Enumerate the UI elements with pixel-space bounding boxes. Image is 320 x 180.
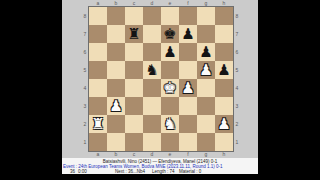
coord-label-a: a (89, 151, 107, 158)
square-f7[interactable]: ♟ (179, 25, 197, 43)
white-pawn[interactable]: ♟ (107, 97, 125, 115)
square-e7[interactable]: ♚ (161, 25, 179, 43)
rank-labels-right: 87654321 (234, 7, 240, 151)
coord-label-g: g (197, 0, 215, 7)
black-king[interactable]: ♚ (161, 25, 179, 43)
coord-label-e: e (161, 0, 179, 7)
coord-label-f: f (179, 0, 197, 7)
square-a7[interactable] (89, 25, 107, 43)
coord-label-5: 5 (82, 61, 88, 79)
square-h4[interactable] (215, 79, 233, 97)
square-d1[interactable] (143, 133, 161, 151)
square-b6[interactable] (107, 43, 125, 61)
square-e4[interactable]: ♚ (161, 79, 179, 97)
white-king[interactable]: ♚ (161, 79, 179, 97)
game-info-panel: Batsiashvili, Nino (2451) — Efendiyeva, … (62, 158, 258, 174)
square-b4[interactable] (107, 79, 125, 97)
square-f8[interactable] (179, 7, 197, 25)
square-f3[interactable] (179, 97, 197, 115)
rank-labels-left: 87654321 (82, 7, 88, 151)
square-f2[interactable] (179, 115, 197, 133)
coord-label-7: 7 (234, 25, 240, 43)
coord-label-c: c (125, 151, 143, 158)
square-b1[interactable] (107, 133, 125, 151)
coord-label-2: 2 (82, 115, 88, 133)
coord-label-4: 4 (234, 79, 240, 97)
square-g2[interactable] (197, 115, 215, 133)
square-a3[interactable] (89, 97, 107, 115)
coord-label-1: 1 (82, 133, 88, 151)
square-c7[interactable]: ♜ (125, 25, 143, 43)
square-a6[interactable] (89, 43, 107, 61)
square-b7[interactable] (107, 25, 125, 43)
square-h5[interactable]: ♟ (215, 61, 233, 79)
black-rook[interactable]: ♜ (125, 25, 143, 43)
square-e1[interactable] (161, 133, 179, 151)
coord-label-4: 4 (82, 79, 88, 97)
square-f5[interactable] (179, 61, 197, 79)
coord-label-3: 3 (82, 97, 88, 115)
coord-label-c: c (125, 0, 143, 7)
square-d5[interactable]: ♞ (143, 61, 161, 79)
white-pawn[interactable]: ♟ (197, 61, 215, 79)
coord-label-d: d (143, 0, 161, 7)
coord-label-b: b (107, 151, 125, 158)
coord-label-e: e (161, 151, 179, 158)
coord-label-1: 1 (234, 133, 240, 151)
coord-label-g: g (197, 151, 215, 158)
coord-label-a: a (89, 0, 107, 7)
square-c5[interactable] (125, 61, 143, 79)
square-g7[interactable] (197, 25, 215, 43)
square-a2[interactable]: ♜ (89, 115, 107, 133)
white-rook[interactable]: ♜ (89, 115, 107, 133)
black-pawn[interactable]: ♟ (215, 61, 233, 79)
square-g4[interactable] (197, 79, 215, 97)
black-knight[interactable]: ♞ (143, 61, 161, 79)
square-d3[interactable] (143, 97, 161, 115)
square-e8[interactable] (161, 7, 179, 25)
black-pawn[interactable]: ♟ (197, 43, 215, 61)
square-c6[interactable] (125, 43, 143, 61)
coord-label-8: 8 (82, 7, 88, 25)
next-move: Next : 36...Nb4 (115, 169, 145, 174)
coord-label-3: 3 (234, 97, 240, 115)
square-d7[interactable] (143, 25, 161, 43)
square-b5[interactable] (107, 61, 125, 79)
white-pawn[interactable]: ♟ (179, 79, 197, 97)
square-g1[interactable] (197, 133, 215, 151)
coord-label-5: 5 (234, 61, 240, 79)
white-knight[interactable]: ♞ (161, 115, 179, 133)
square-d4[interactable] (143, 79, 161, 97)
square-f6[interactable] (179, 43, 197, 61)
coord-label-b: b (107, 0, 125, 7)
square-c2[interactable] (125, 115, 143, 133)
square-h1[interactable] (215, 133, 233, 151)
square-b3[interactable]: ♟ (107, 97, 125, 115)
square-g5[interactable]: ♟ (197, 61, 215, 79)
square-d8[interactable] (143, 7, 161, 25)
square-a8[interactable] (89, 7, 107, 25)
coord-label-7: 7 (82, 25, 88, 43)
coord-label-h: h (215, 151, 233, 158)
square-e3[interactable] (161, 97, 179, 115)
square-d2[interactable] (143, 115, 161, 133)
square-c3[interactable] (125, 97, 143, 115)
square-g6[interactable]: ♟ (197, 43, 215, 61)
square-h8[interactable] (215, 7, 233, 25)
coord-label-f: f (179, 151, 197, 158)
file-labels-bottom: abcdefgh (89, 151, 233, 158)
square-f4[interactable]: ♟ (179, 79, 197, 97)
square-g8[interactable] (197, 7, 215, 25)
square-c8[interactable] (125, 7, 143, 25)
square-f1[interactable] (179, 133, 197, 151)
square-c1[interactable] (125, 133, 143, 151)
square-e2[interactable]: ♞ (161, 115, 179, 133)
square-h3[interactable] (215, 97, 233, 115)
square-c4[interactable] (125, 79, 143, 97)
square-h2[interactable]: ♟ (215, 115, 233, 133)
black-pawn[interactable]: ♟ (161, 43, 179, 61)
material-balance: Material : 0 (179, 169, 201, 174)
coord-label-h: h (215, 0, 233, 7)
square-b2[interactable] (107, 115, 125, 133)
black-pawn[interactable]: ♟ (179, 25, 197, 43)
chess-board-widget: abcdefgh 87654321 ♜♚♟♟♟♞♟♟♚♟♟♜♞♟ 8765432… (62, 0, 258, 158)
clock: 0:00 (78, 169, 87, 174)
move-number: 36 (70, 169, 75, 174)
square-a4[interactable] (89, 79, 107, 97)
square-h6[interactable] (215, 43, 233, 61)
chess-board[interactable]: ♜♚♟♟♟♞♟♟♚♟♟♜♞♟ (89, 7, 233, 151)
coord-label-2: 2 (234, 115, 240, 133)
coord-label-6: 6 (234, 43, 240, 61)
file-labels-top: abcdefgh (89, 0, 233, 7)
square-h7[interactable] (215, 25, 233, 43)
coord-label-6: 6 (82, 43, 88, 61)
game-length: Length : 74 (152, 169, 175, 174)
white-pawn[interactable]: ♟ (215, 115, 233, 133)
square-a1[interactable] (89, 133, 107, 151)
square-d6[interactable] (143, 43, 161, 61)
square-e5[interactable] (161, 61, 179, 79)
square-g3[interactable] (197, 97, 215, 115)
coord-label-d: d (143, 151, 161, 158)
status-line: 36 0:00 Next : 36...Nb4 Length : 74 Mate… (62, 169, 258, 174)
square-b8[interactable] (107, 7, 125, 25)
video-content-area: abcdefgh 87654321 ♜♚♟♟♟♞♟♟♚♟♟♜♞♟ 8765432… (62, 0, 258, 174)
coord-label-8: 8 (234, 7, 240, 25)
square-a5[interactable] (89, 61, 107, 79)
square-e6[interactable]: ♟ (161, 43, 179, 61)
